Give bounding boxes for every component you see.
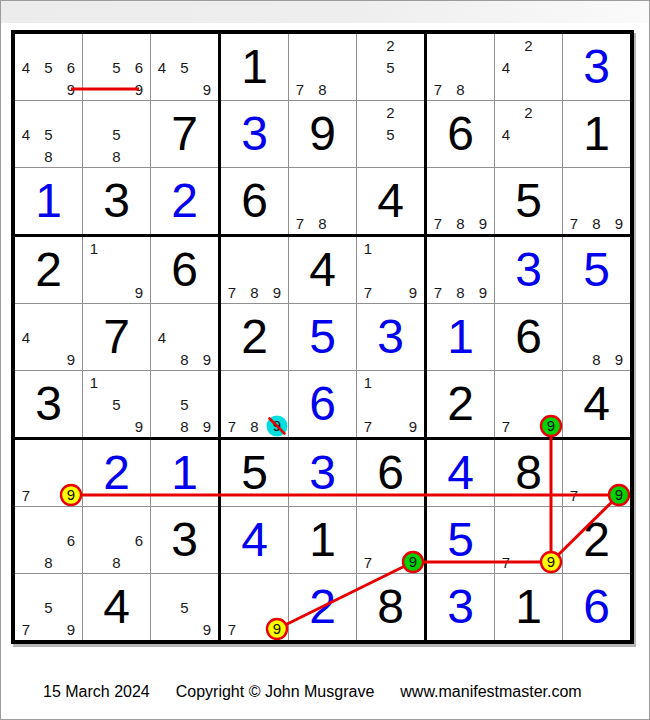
solved-digit: 3 <box>495 237 562 303</box>
cell-r8c9[interactable]: 2 <box>563 507 630 573</box>
cell-r3c3[interactable]: 2 <box>151 168 218 234</box>
cell-r9c3[interactable]: 59 <box>151 574 218 640</box>
given-digit: 4 <box>83 574 150 640</box>
solved-digit: 6 <box>289 371 356 437</box>
solved-digit: 5 <box>563 237 630 303</box>
given-digit: 5 <box>221 440 288 506</box>
cell-r4c1[interactable]: 2 <box>15 237 82 303</box>
given-digit: 6 <box>427 101 494 167</box>
solved-digit: 3 <box>427 574 494 640</box>
cell-r2c7[interactable]: 6 <box>427 101 494 167</box>
candidate-4: 4 <box>153 58 171 76</box>
cell-r7c2[interactable]: 2 <box>83 440 150 506</box>
given-digit: 5 <box>495 168 562 234</box>
candidate-9: 9 <box>198 350 216 368</box>
candidate-8: 8 <box>108 147 126 165</box>
candidate-8: 8 <box>176 417 194 435</box>
given-digit: 3 <box>151 507 218 573</box>
candidate-7: 7 <box>359 553 377 571</box>
cell-r3c9[interactable]: 789 <box>563 168 630 234</box>
candidate-7: 7 <box>223 620 241 638</box>
candidate-9: 9 <box>404 417 422 435</box>
given-digit: 9 <box>289 101 356 167</box>
given-digit: 6 <box>221 168 288 234</box>
candidate-9: 9 <box>610 350 628 368</box>
cell-r6c9[interactable]: 4 <box>563 371 630 437</box>
cell-r7c5[interactable]: 3 <box>289 440 356 506</box>
solved-digit: 6 <box>563 574 630 640</box>
cell-r5c4[interactable]: 2 <box>221 304 288 370</box>
cell-r4c3[interactable]: 6 <box>151 237 218 303</box>
cell-r5c1[interactable]: 49 <box>15 304 82 370</box>
cell-r9c5[interactable]: 2 <box>289 574 356 640</box>
given-digit: 2 <box>15 237 82 303</box>
candidate-8: 8 <box>452 283 470 301</box>
cell-r5c2[interactable]: 7 <box>83 304 150 370</box>
cell-r2c1[interactable]: 458 <box>15 101 82 167</box>
candidate-5: 5 <box>40 125 58 143</box>
cell-r8c2[interactable]: 68 <box>83 507 150 573</box>
cell-r9c4[interactable]: 7 <box>221 574 288 640</box>
candidate-9: 9 <box>474 214 492 232</box>
cell-r3c2[interactable]: 3 <box>83 168 150 234</box>
cell-r9c7[interactable]: 3 <box>427 574 494 640</box>
given-digit: 2 <box>563 507 630 573</box>
given-digit: 4 <box>563 371 630 437</box>
candidate-6: 6 <box>130 58 148 76</box>
cell-r8c5[interactable]: 1 <box>289 507 356 573</box>
cell-r3c8[interactable]: 5 <box>495 168 562 234</box>
given-digit: 2 <box>427 371 494 437</box>
cell-r8c3[interactable]: 3 <box>151 507 218 573</box>
candidate-9: 9 <box>404 283 422 301</box>
cell-r8c4[interactable]: 4 <box>221 507 288 573</box>
given-digit: 6 <box>495 304 562 370</box>
candidate-8: 8 <box>40 147 58 165</box>
cell-r3c4[interactable]: 6 <box>221 168 288 234</box>
given-digit: 1 <box>221 34 288 100</box>
cell-r8c1[interactable]: 68 <box>15 507 82 573</box>
cell-r4c7[interactable]: 789 <box>427 237 494 303</box>
cell-r5c7[interactable]: 1 <box>427 304 494 370</box>
candidate-8: 8 <box>452 214 470 232</box>
footer-website: www.manifestmaster.com <box>400 683 581 700</box>
cell-r1c7[interactable]: 78 <box>427 34 494 100</box>
cell-r2c4[interactable]: 3 <box>221 101 288 167</box>
cell-r4c4[interactable]: 789 <box>221 237 288 303</box>
candidate-2: 2 <box>382 36 400 54</box>
candidate-5: 5 <box>40 598 58 616</box>
cell-r1c1[interactable]: 4569 <box>15 34 82 100</box>
given-digit: 3 <box>15 371 82 437</box>
cell-r3c7[interactable]: 789 <box>427 168 494 234</box>
cell-r1c6[interactable]: 25 <box>357 34 424 100</box>
cell-r1c8[interactable]: 24 <box>495 34 562 100</box>
candidate-7: 7 <box>565 486 583 504</box>
candidate-2: 2 <box>520 103 538 121</box>
candidate-8: 8 <box>452 80 470 98</box>
solved-digit: 3 <box>563 34 630 100</box>
candidate-7: 7 <box>429 214 447 232</box>
given-digit: 3 <box>83 168 150 234</box>
candidate-2: 2 <box>382 103 400 121</box>
candidate-5: 5 <box>108 125 126 143</box>
candidate-9: 9 <box>130 283 148 301</box>
app-window: 4569569459178257824345858739256241132678… <box>0 0 650 720</box>
cell-r2c2[interactable]: 58 <box>83 101 150 167</box>
cell-r9c6[interactable]: 8 <box>357 574 424 640</box>
candidate-7: 7 <box>429 283 447 301</box>
candidate-8: 8 <box>108 553 126 571</box>
cell-r3c6[interactable]: 4 <box>357 168 424 234</box>
cell-r2c3[interactable]: 7 <box>151 101 218 167</box>
solved-digit: 3 <box>357 304 424 370</box>
candidate-2: 2 <box>520 36 538 54</box>
candidate-7: 7 <box>17 620 35 638</box>
cell-r6c4[interactable]: 78 <box>221 371 288 437</box>
candidate-1: 1 <box>359 239 377 257</box>
cell-r4c5[interactable]: 4 <box>289 237 356 303</box>
candidate-5: 5 <box>40 58 58 76</box>
candidate-7: 7 <box>17 486 35 504</box>
candidate-7: 7 <box>497 417 515 435</box>
candidate-5: 5 <box>176 598 194 616</box>
candidate-4: 4 <box>17 328 35 346</box>
cell-r2c8[interactable]: 24 <box>495 101 562 167</box>
candidate-9: 9 <box>198 80 216 98</box>
solved-digit: 4 <box>221 507 288 573</box>
cell-r1c5[interactable]: 78 <box>289 34 356 100</box>
candidate-5: 5 <box>382 58 400 76</box>
candidate-8: 8 <box>588 214 606 232</box>
given-digit: 1 <box>495 574 562 640</box>
cell-r7c1[interactable]: 7 <box>15 440 82 506</box>
given-digit: 8 <box>357 574 424 640</box>
footer-copyright: Copyright © John Musgrave <box>176 683 375 700</box>
candidate-5: 5 <box>382 125 400 143</box>
solved-digit: 5 <box>427 507 494 573</box>
cell-r1c2[interactable]: 569 <box>83 34 150 100</box>
cell-r2c6[interactable]: 25 <box>357 101 424 167</box>
footer-caption: 15 March 2024Copyright © John Musgraveww… <box>43 683 582 701</box>
cell-r5c5[interactable]: 5 <box>289 304 356 370</box>
candidate-5: 5 <box>176 395 194 413</box>
cell-r5c6[interactable]: 3 <box>357 304 424 370</box>
given-digit: 4 <box>357 168 424 234</box>
cell-r6c8[interactable]: 7 <box>495 371 562 437</box>
cell-r7c4[interactable]: 5 <box>221 440 288 506</box>
candidate-4: 4 <box>17 58 35 76</box>
sudoku-board: 4569569459178257824345858739256241132678… <box>11 30 634 644</box>
candidate-1: 1 <box>85 373 103 391</box>
cell-r4c6[interactable]: 179 <box>357 237 424 303</box>
candidate-7: 7 <box>223 417 241 435</box>
candidate-9: 9 <box>130 80 148 98</box>
solved-digit: 4 <box>427 440 494 506</box>
given-digit: 4 <box>289 237 356 303</box>
solved-digit: 2 <box>151 168 218 234</box>
cell-r1c3[interactable]: 459 <box>151 34 218 100</box>
given-digit: 7 <box>151 101 218 167</box>
cell-r2c9[interactable]: 1 <box>563 101 630 167</box>
candidate-4: 4 <box>153 328 171 346</box>
cell-r1c9[interactable]: 3 <box>563 34 630 100</box>
candidate-7: 7 <box>291 214 309 232</box>
candidate-5: 5 <box>108 395 126 413</box>
candidate-8: 8 <box>246 417 264 435</box>
given-digit: 1 <box>289 507 356 573</box>
candidate-9: 9 <box>198 620 216 638</box>
cell-r7c6[interactable]: 6 <box>357 440 424 506</box>
solved-digit: 2 <box>289 574 356 640</box>
given-digit: 8 <box>495 440 562 506</box>
given-digit: 6 <box>357 440 424 506</box>
given-digit: 2 <box>221 304 288 370</box>
cell-r5c9[interactable]: 89 <box>563 304 630 370</box>
footer-date: 15 March 2024 <box>43 683 150 700</box>
given-digit: 1 <box>563 101 630 167</box>
candidate-9: 9 <box>62 350 80 368</box>
cell-r9c9[interactable]: 6 <box>563 574 630 640</box>
cell-r4c2[interactable]: 19 <box>83 237 150 303</box>
cell-r7c9[interactable]: 7 <box>563 440 630 506</box>
candidate-9: 9 <box>62 620 80 638</box>
cell-r3c5[interactable]: 78 <box>289 168 356 234</box>
candidate-5: 5 <box>108 58 126 76</box>
candidate-6: 6 <box>130 531 148 549</box>
cell-r5c3[interactable]: 489 <box>151 304 218 370</box>
candidate-4: 4 <box>497 58 515 76</box>
given-digit: 6 <box>151 237 218 303</box>
cell-r9c1[interactable]: 579 <box>15 574 82 640</box>
candidate-6: 6 <box>62 531 80 549</box>
solved-digit: 1 <box>427 304 494 370</box>
cell-r1c4[interactable]: 1 <box>221 34 288 100</box>
solved-digit: 1 <box>151 440 218 506</box>
cell-r8c6[interactable]: 7 <box>357 507 424 573</box>
given-digit: 7 <box>83 304 150 370</box>
cell-r7c8[interactable]: 8 <box>495 440 562 506</box>
cell-r6c3[interactable]: 589 <box>151 371 218 437</box>
candidate-7: 7 <box>565 214 583 232</box>
candidate-6: 6 <box>62 58 80 76</box>
candidate-4: 4 <box>497 125 515 143</box>
solved-digit: 2 <box>83 440 150 506</box>
candidate-9: 9 <box>268 283 286 301</box>
candidate-4: 4 <box>17 125 35 143</box>
candidate-8: 8 <box>176 350 194 368</box>
candidate-7: 7 <box>359 417 377 435</box>
candidate-7: 7 <box>497 553 515 571</box>
candidate-8: 8 <box>40 553 58 571</box>
cell-r7c7[interactable]: 4 <box>427 440 494 506</box>
candidate-9: 9 <box>130 417 148 435</box>
cell-r6c7[interactable]: 2 <box>427 371 494 437</box>
candidate-8: 8 <box>246 283 264 301</box>
cell-r7c3[interactable]: 1 <box>151 440 218 506</box>
candidate-7: 7 <box>429 80 447 98</box>
cell-r6c2[interactable]: 159 <box>83 371 150 437</box>
cell-r6c1[interactable]: 3 <box>15 371 82 437</box>
cell-r6c6[interactable]: 179 <box>357 371 424 437</box>
cell-r9c8[interactable]: 1 <box>495 574 562 640</box>
cell-r4c9[interactable]: 5 <box>563 237 630 303</box>
candidate-1: 1 <box>85 239 103 257</box>
candidate-9: 9 <box>198 417 216 435</box>
candidate-9: 9 <box>610 214 628 232</box>
cell-r2c5[interactable]: 9 <box>289 101 356 167</box>
cell-r8c7[interactable]: 5 <box>427 507 494 573</box>
cell-r4c8[interactable]: 3 <box>495 237 562 303</box>
candidate-9: 9 <box>62 80 80 98</box>
solved-digit: 3 <box>289 440 356 506</box>
candidate-8: 8 <box>588 350 606 368</box>
cell-r3c1[interactable]: 1 <box>15 168 82 234</box>
solved-digit: 1 <box>15 168 82 234</box>
cell-r8c8[interactable]: 7 <box>495 507 562 573</box>
candidate-8: 8 <box>314 80 332 98</box>
candidate-7: 7 <box>291 80 309 98</box>
window-top-bar <box>1 1 649 23</box>
cell-r5c8[interactable]: 6 <box>495 304 562 370</box>
candidate-5: 5 <box>176 58 194 76</box>
candidate-7: 7 <box>359 283 377 301</box>
candidate-1: 1 <box>359 373 377 391</box>
candidate-8: 8 <box>314 214 332 232</box>
candidate-7: 7 <box>223 283 241 301</box>
candidate-9: 9 <box>474 283 492 301</box>
solved-digit: 3 <box>221 101 288 167</box>
cell-r9c2[interactable]: 4 <box>83 574 150 640</box>
solved-digit: 5 <box>289 304 356 370</box>
cell-r6c5[interactable]: 6 <box>289 371 356 437</box>
